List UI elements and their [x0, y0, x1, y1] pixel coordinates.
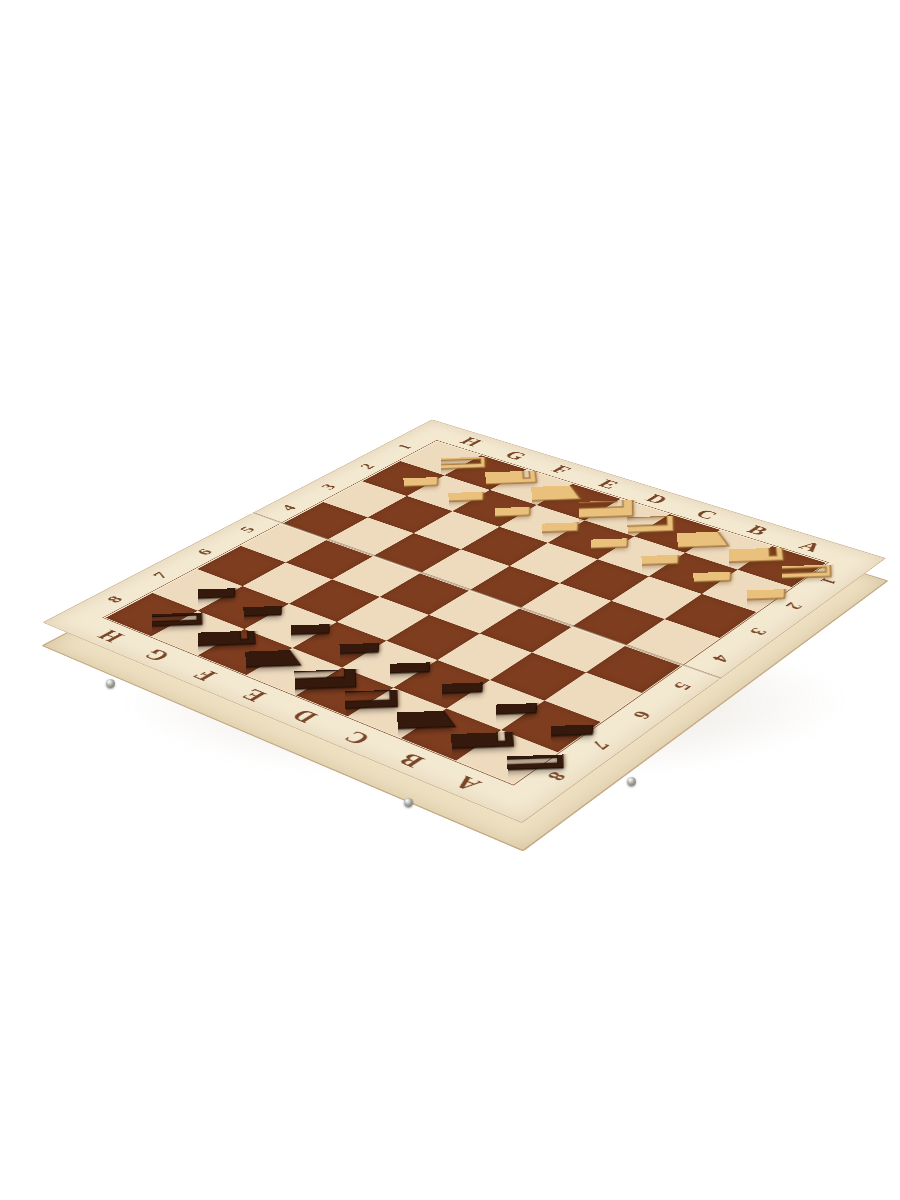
product-photo-page: { "game": { "name": "chess", "scene": "w…: [0, 0, 900, 1200]
chess-set-scene: HGFEDCBA1122334455667788HGFEDCBA ♜♞♝♚♛♝♞…: [0, 0, 900, 1200]
screw-icon: [404, 798, 413, 807]
screw-icon: [106, 679, 115, 688]
screw-icon: [627, 777, 636, 786]
